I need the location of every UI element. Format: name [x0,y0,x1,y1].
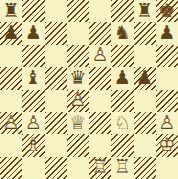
square-e3[interactable] [89,112,111,134]
square-e7[interactable] [89,22,111,44]
piece-outline-glyph: ♙ [25,113,42,132]
white-pawn-e6[interactable]: ♟♙ [89,45,111,67]
square-a7[interactable]: ♟ [0,22,22,44]
square-g1[interactable] [134,157,156,179]
square-g3[interactable] [134,112,156,134]
piece-glyph: ♜ [136,1,153,20]
white-rook-e1[interactable]: ♜♖ [89,157,111,179]
square-h2[interactable]: ♚♔ [156,134,178,156]
square-e8[interactable] [89,0,111,22]
square-e2[interactable] [89,134,111,156]
black-pawn-g5[interactable]: ♟ [134,67,156,89]
black-knight-f7[interactable]: ♞ [111,22,133,44]
square-b6[interactable] [22,45,44,67]
square-c8[interactable] [45,0,67,22]
square-g7[interactable] [134,22,156,44]
square-d4[interactable]: ♟♙ [67,90,89,112]
piece-outline-glyph: ♔ [158,135,175,154]
square-a3[interactable]: ♟♙ [0,112,22,134]
square-e1[interactable]: ♜♖ [89,157,111,179]
square-d5[interactable]: ♛ [67,67,89,89]
black-queen-d5[interactable]: ♛ [67,67,89,89]
white-knight-f3[interactable]: ♞♘ [111,112,133,134]
square-d2[interactable] [67,134,89,156]
piece-glyph: ♟ [114,68,131,87]
square-b2[interactable]: ♝♗ [22,134,44,156]
piece-outline-glyph: ♖ [92,157,109,176]
square-a6[interactable] [0,45,22,67]
black-pawn-a7[interactable]: ♟ [0,22,22,44]
black-rook-g8[interactable]: ♜ [134,0,156,22]
piece-outline-glyph: ♙ [69,90,86,109]
piece-glyph: ♞ [114,23,131,42]
square-b4[interactable] [22,90,44,112]
square-c1[interactable] [45,157,67,179]
square-h4[interactable] [156,90,178,112]
piece-glyph: ♚ [158,1,175,20]
piece-outline-glyph: ♙ [92,45,109,64]
square-b5[interactable]: ♝ [22,67,44,89]
piece-outline-glyph: ♕ [69,113,86,132]
square-b3[interactable]: ♟♙ [22,112,44,134]
black-pawn-f5[interactable]: ♟ [111,67,133,89]
white-queen-d3[interactable]: ♛♕ [67,112,89,134]
square-b7[interactable]: ♟ [22,22,44,44]
square-a4[interactable] [0,90,22,112]
white-pawn-h3[interactable]: ♟♙ [156,112,178,134]
white-pawn-d4[interactable]: ♟♙ [67,90,89,112]
square-f5[interactable]: ♟ [111,67,133,89]
square-c4[interactable] [45,90,67,112]
black-bishop-b5[interactable]: ♝ [22,67,44,89]
square-h8[interactable]: ♚ [156,0,178,22]
square-f3[interactable]: ♞♘ [111,112,133,134]
square-a8[interactable]: ♜ [0,0,22,22]
square-g6[interactable] [134,45,156,67]
black-pawn-h7[interactable]: ♟ [156,22,178,44]
square-g8[interactable]: ♜ [134,0,156,22]
square-g5[interactable]: ♟ [134,67,156,89]
piece-glyph: ♟ [3,23,20,42]
square-f6[interactable] [111,45,133,67]
piece-glyph: ♜ [3,1,20,20]
square-b8[interactable] [22,0,44,22]
black-rook-a8[interactable]: ♜ [0,0,22,22]
square-f7[interactable]: ♞ [111,22,133,44]
square-c3[interactable] [45,112,67,134]
white-pawn-b3[interactable]: ♟♙ [22,112,44,134]
white-pawn-a3[interactable]: ♟♙ [0,112,22,134]
square-h3[interactable]: ♟♙ [156,112,178,134]
square-a1[interactable] [0,157,22,179]
square-d1[interactable] [67,157,89,179]
square-e4[interactable] [89,90,111,112]
square-f8[interactable] [111,0,133,22]
piece-glyph: ♟ [158,23,175,42]
square-b1[interactable] [22,157,44,179]
square-g4[interactable] [134,90,156,112]
piece-outline-glyph: ♙ [158,113,175,132]
piece-outline-glyph: ♖ [114,157,131,176]
piece-outline-glyph: ♘ [114,113,131,132]
piece-glyph: ♟ [25,23,42,42]
chess-diagram: ♜♜♚♟♟♞♟♟♙♝♛♟♟♟♙♟♙♟♙♛♕♞♘♟♙♝♗♚♔♜♖♜♖ [0,0,178,179]
square-d6[interactable] [67,45,89,67]
white-king-h2[interactable]: ♚♔ [156,134,178,156]
piece-glyph: ♟ [136,68,153,87]
chess-board: ♜♜♚♟♟♞♟♟♙♝♛♟♟♟♙♟♙♟♙♛♕♞♘♟♙♝♗♚♔♜♖♜♖ [0,0,178,179]
square-f2[interactable] [111,134,133,156]
white-bishop-b2[interactable]: ♝♗ [22,134,44,156]
square-d3[interactable]: ♛♕ [67,112,89,134]
black-king-h8[interactable]: ♚ [156,0,178,22]
white-rook-f1[interactable]: ♜♖ [111,157,133,179]
square-e5[interactable] [89,67,111,89]
square-h5[interactable] [156,67,178,89]
square-f1[interactable]: ♜♖ [111,157,133,179]
square-d8[interactable] [67,0,89,22]
square-h1[interactable] [156,157,178,179]
square-c6[interactable] [45,45,67,67]
piece-outline-glyph: ♗ [25,135,42,154]
square-a5[interactable] [0,67,22,89]
black-pawn-b7[interactable]: ♟ [22,22,44,44]
square-c7[interactable] [45,22,67,44]
square-c5[interactable] [45,67,67,89]
square-e6[interactable]: ♟♙ [89,45,111,67]
square-h6[interactable] [156,45,178,67]
square-g2[interactable] [134,134,156,156]
square-d7[interactable] [67,22,89,44]
piece-glyph: ♝ [25,68,42,87]
piece-outline-glyph: ♙ [3,113,20,132]
piece-glyph: ♛ [69,68,86,87]
square-a2[interactable] [0,134,22,156]
square-f4[interactable] [111,90,133,112]
square-c2[interactable] [45,134,67,156]
square-h7[interactable]: ♟ [156,22,178,44]
